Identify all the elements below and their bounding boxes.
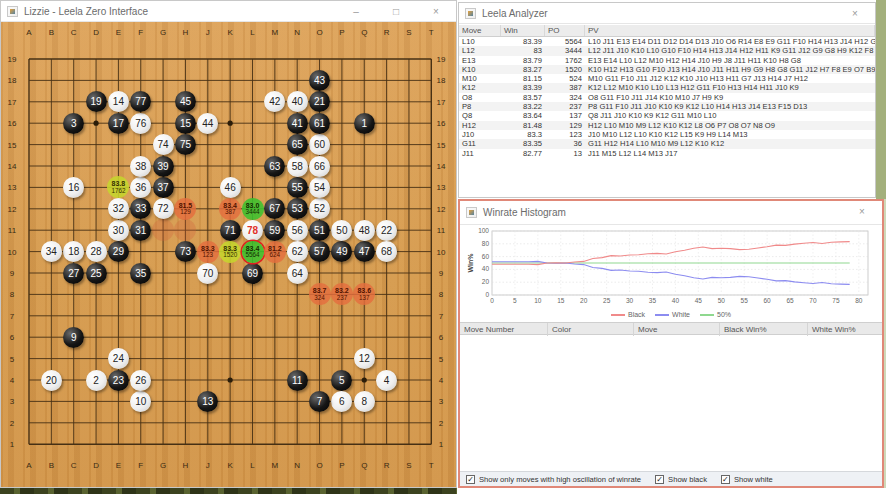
stone-black-E4[interactable]: 23	[108, 370, 129, 391]
stone-black-N12[interactable]: 53	[287, 198, 308, 219]
checkbox-icon[interactable]: ✓	[655, 475, 664, 484]
stone-black-D17[interactable]: 19	[86, 91, 107, 112]
coord-label: G	[160, 461, 166, 470]
legend-Black: Black	[611, 311, 645, 318]
star-point	[228, 121, 233, 126]
svg-text:65: 65	[786, 297, 794, 304]
coord-label: 2	[10, 418, 14, 427]
svg-text:5: 5	[513, 297, 517, 304]
desktop-edge-strip	[0, 488, 457, 494]
stone-black-N15[interactable]: 65	[287, 134, 308, 155]
coord-label: H	[183, 461, 189, 470]
stone-black-H15[interactable]: 75	[175, 134, 196, 155]
analyzer-row-Q8[interactable]: Q883.64137Q8 J11 J10 K10 K9 K12 G11 M10 …	[459, 111, 875, 120]
svg-text:100: 100	[478, 227, 489, 234]
checkbox-option[interactable]: ✓Show black	[655, 475, 707, 484]
star-point	[228, 377, 233, 382]
analyzer-col-Move[interactable]: Move	[459, 25, 501, 36]
coord-label: H	[183, 28, 189, 37]
coord-label: D	[93, 461, 99, 470]
analyzer-row-E13[interactable]: E1383.791762E13 E14 L10 L12 M10 H12 H14 …	[459, 56, 875, 65]
stone-black-F9[interactable]: 35	[130, 263, 151, 284]
analyzer-row-M10[interactable]: M1081.15524M10 G11 F10 J11 J12 K12 K10 J…	[459, 74, 875, 83]
coord-label: P	[339, 461, 344, 470]
stone-white-Q11[interactable]: 48	[354, 220, 375, 241]
coord-label: K	[227, 461, 232, 470]
star-point	[362, 377, 367, 382]
coord-label: A	[26, 28, 31, 37]
stone-white-B4[interactable]: 20	[41, 370, 62, 391]
close-icon[interactable]: ×	[842, 201, 882, 222]
coord-label: 2	[439, 418, 443, 427]
legend-50%: 50%	[700, 311, 731, 318]
suggestion-M10[interactable]: 81.2624	[264, 241, 286, 263]
lizzie-titlebar: Lizzie - Leela Zero Interface – □ ×	[1, 1, 456, 22]
coord-label: 10	[437, 247, 446, 256]
histogram-titlebar: Winrate Histogram ×	[460, 201, 882, 225]
stone-black-O3[interactable]: 7	[309, 391, 330, 412]
go-board[interactable]: A AB BC CD DE EF FG GH HJ JK KL LM MN NO…	[1, 22, 456, 487]
coord-label: 4	[439, 376, 443, 385]
histogram-table-header: Move NumberColorMoveBlack Win%White Win%…	[460, 322, 882, 335]
coord-label: R	[384, 461, 390, 470]
coord-label: C	[71, 28, 77, 37]
coord-label: M	[272, 28, 279, 37]
analyzer-col-Win[interactable]: Win	[501, 25, 545, 36]
stone-white-N9[interactable]: 64	[287, 263, 308, 284]
coord-label: 7	[439, 311, 443, 320]
suggestion-K12[interactable]: 83.4387	[219, 198, 241, 220]
coord-label: O	[316, 28, 322, 37]
checkbox-option[interactable]: ✓Show only moves with high oscillation o…	[466, 475, 641, 484]
stone-black-G14[interactable]: 39	[153, 156, 174, 177]
stone-black-H16[interactable]: 15	[175, 113, 196, 134]
coord-label: 3	[439, 397, 443, 406]
coord-label: 19	[8, 55, 17, 64]
coord-label: J	[206, 461, 210, 470]
suggestion-L10[interactable]: 83.45564	[242, 241, 264, 263]
svg-text:35: 35	[649, 297, 657, 304]
coord-label: M	[272, 461, 279, 470]
coord-label: O	[316, 461, 322, 470]
analyzer-row-G11[interactable]: G1183.3536G11 H12 H14 L10 M10 M9 L12 K10…	[459, 139, 875, 148]
app-icon	[465, 8, 476, 19]
analyzer-col-PV[interactable]: PV	[585, 25, 875, 36]
stone-black-E10[interactable]: 29	[108, 241, 129, 262]
stone-white-B10[interactable]: 34	[41, 241, 62, 262]
stone-white-Q5[interactable]: 12	[354, 348, 375, 369]
stone-white-K13[interactable]: 46	[220, 177, 241, 198]
coord-label: 13	[437, 183, 446, 192]
coord-label: N	[294, 461, 300, 470]
stone-white-F16[interactable]: 76	[130, 113, 151, 134]
stone-black-O16[interactable]: 61	[309, 113, 330, 134]
stone-black-N16[interactable]: 41	[287, 113, 308, 134]
coord-label: A	[26, 461, 31, 470]
stone-white-O13[interactable]: 54	[309, 177, 330, 198]
checkbox-icon[interactable]: ✓	[721, 475, 730, 484]
coord-label: 19	[437, 55, 446, 64]
coord-label: Q	[361, 461, 367, 470]
checkbox-icon[interactable]: ✓	[466, 475, 475, 484]
svg-text:0: 0	[490, 297, 494, 304]
analyzer-table-body: L1083.395564L10 J11 E13 E14 D11 D12 D14 …	[459, 37, 875, 197]
star-point	[93, 121, 98, 126]
coord-label: S	[406, 461, 411, 470]
coord-label: 13	[8, 183, 17, 192]
svg-text:80: 80	[482, 240, 490, 247]
coord-label: S	[406, 28, 411, 37]
coord-label: 4	[10, 376, 14, 385]
stone-black-M14[interactable]: 63	[264, 156, 285, 177]
stone-black-O18[interactable]: 43	[309, 70, 330, 91]
coord-label: 1	[10, 440, 14, 449]
suggestion-K10[interactable]: 83.31520	[219, 241, 241, 263]
coord-label: 16	[437, 119, 446, 128]
stone-white-E11[interactable]: 30	[108, 220, 129, 241]
stone-white-Q3[interactable]: 8	[354, 391, 375, 412]
stone-black-K11[interactable]: 71	[220, 220, 241, 241]
close-button[interactable]: ×	[416, 1, 456, 22]
stone-white-J9[interactable]: 70	[197, 263, 218, 284]
suggestion-O8[interactable]: 83.7324	[309, 283, 331, 305]
analyzer-titlebar: Leela Analyzer ×	[459, 3, 875, 24]
analyzer-row-L10[interactable]: L1083.395564L10 J11 E13 E14 D11 D12 D14 …	[459, 37, 875, 46]
coord-label: B	[49, 461, 54, 470]
coord-label: 18	[8, 76, 17, 85]
coord-label: F	[138, 28, 143, 37]
analyzer-row-H12[interactable]: H1281.48129H12 L10 M10 M9 L12 K10 K12 L8…	[459, 121, 875, 130]
maximize-button[interactable]: □	[376, 1, 416, 22]
analyzer-table-header: MoveWinPOPV	[459, 25, 875, 37]
lizzie-title: Lizzie - Leela Zero Interface	[24, 6, 148, 17]
analyzer-row-J11[interactable]: J1182.7713J11 M15 L12 L14 M13 J17	[459, 149, 875, 158]
svg-text:Win%: Win%	[467, 253, 474, 273]
coord-label: 17	[437, 97, 446, 106]
stone-white-O14[interactable]: 66	[309, 156, 330, 177]
svg-text:60: 60	[482, 253, 490, 260]
stone-black-N13[interactable]: 55	[287, 177, 308, 198]
legend-White: White	[655, 311, 690, 318]
analyzer-row-J10[interactable]: J1083.3123J10 M10 L12 L10 K10 K12 L15 K9…	[459, 130, 875, 139]
stone-white-L11[interactable]: 78	[242, 220, 263, 241]
coord-label: 9	[439, 269, 443, 278]
stone-black-Q10[interactable]: 47	[354, 241, 375, 262]
histogram-table-body	[460, 336, 882, 471]
coord-label: J	[206, 28, 210, 37]
app-icon	[7, 6, 18, 17]
analyzer-title: Leela Analyzer	[482, 8, 548, 19]
coord-label: Q	[361, 28, 367, 37]
coord-label: B	[49, 28, 54, 37]
coord-label: E	[116, 461, 121, 470]
stone-black-C16[interactable]: 3	[63, 113, 84, 134]
analyzer-row-K12[interactable]: K1283.39387K12 L12 M10 K10 L10 L13 H12 G…	[459, 83, 875, 92]
leela-analyzer-window: Leela Analyzer × MoveWinPOPV L1083.39556…	[458, 2, 876, 198]
stone-black-H10[interactable]: 73	[175, 241, 196, 262]
stone-white-N14[interactable]: 58	[287, 156, 308, 177]
svg-text:20: 20	[580, 297, 588, 304]
coord-label: K	[227, 28, 232, 37]
stone-white-C13[interactable]: 16	[63, 177, 84, 198]
stone-white-P11[interactable]: 50	[331, 220, 352, 241]
coord-label: 15	[8, 140, 17, 149]
stone-white-F14[interactable]: 38	[130, 156, 151, 177]
svg-text:70: 70	[809, 297, 817, 304]
suggestion-L12[interactable]: 83.03444	[242, 198, 264, 220]
coord-label: 10	[8, 247, 17, 256]
stone-white-N11[interactable]: 56	[287, 220, 308, 241]
stone-black-O11[interactable]: 51	[309, 220, 330, 241]
svg-text:45: 45	[695, 297, 703, 304]
stone-white-N17[interactable]: 40	[287, 91, 308, 112]
coord-label: R	[384, 28, 390, 37]
svg-text:0: 0	[485, 291, 489, 298]
lizzie-window: Lizzie - Leela Zero Interface – □ × A AB…	[0, 0, 457, 488]
stone-black-C9[interactable]: 27	[63, 263, 84, 284]
checkbox-option[interactable]: ✓Show white	[721, 475, 773, 484]
coord-label: 14	[8, 162, 17, 171]
coord-label: P	[339, 28, 344, 37]
coord-label: 18	[437, 76, 446, 85]
winrate-chart: 0204060801000510152025303540455055606570…	[466, 227, 876, 311]
stone-white-G12[interactable]: 72	[153, 198, 174, 219]
analyzer-row-L12[interactable]: L12833444L12 J11 J10 K10 L10 G10 F10 H14…	[459, 46, 875, 55]
coord-label: L	[250, 461, 254, 470]
app-icon	[466, 207, 477, 218]
stone-white-J16[interactable]: 44	[197, 113, 218, 134]
stone-black-P4[interactable]: 5	[331, 370, 352, 391]
coord-label: 8	[439, 290, 443, 299]
stone-black-O10[interactable]: 57	[309, 241, 330, 262]
coord-label: 1	[439, 440, 443, 449]
histogram-options-bar: ✓Show only moves with high oscillation o…	[460, 471, 882, 486]
stone-black-G13[interactable]: 37	[153, 177, 174, 198]
svg-text:40: 40	[672, 297, 680, 304]
coord-label: 15	[437, 140, 446, 149]
stone-white-R4[interactable]: 4	[376, 370, 397, 391]
coord-label: 11	[437, 226, 445, 235]
stone-black-F11[interactable]: 31	[130, 220, 151, 241]
stone-black-E16[interactable]: 17	[108, 113, 129, 134]
suggestion-J10[interactable]: 83.3123	[197, 241, 219, 263]
analyzer-col-PO[interactable]: PO	[545, 25, 585, 36]
coord-label: 5	[439, 354, 443, 363]
coord-label: C	[71, 461, 77, 470]
histogram-title: Winrate Histogram	[483, 207, 566, 218]
winrate-histogram-window: Winrate Histogram × 02040608010005101520…	[458, 199, 884, 488]
coord-label: G	[160, 28, 166, 37]
stone-white-G15[interactable]: 74	[153, 134, 174, 155]
stone-black-D9[interactable]: 25	[86, 263, 107, 284]
svg-text:75: 75	[832, 297, 840, 304]
stone-black-L9[interactable]: 69	[242, 263, 263, 284]
stone-white-F4[interactable]: 26	[130, 370, 151, 391]
coord-label: 16	[8, 119, 17, 128]
close-icon[interactable]: ×	[835, 3, 875, 24]
coord-label: 9	[10, 269, 14, 278]
svg-text:25: 25	[603, 297, 611, 304]
coord-label: 7	[10, 311, 14, 320]
analyzer-row-P8[interactable]: P883.22237P8 G11 F10 J11 J10 K10 K9 K12 …	[459, 102, 875, 111]
coord-label: 6	[10, 333, 14, 342]
coord-label: 12	[437, 204, 446, 213]
stone-white-O15[interactable]: 60	[309, 134, 330, 155]
stone-white-F13[interactable]: 36	[130, 177, 151, 198]
svg-text:60: 60	[764, 297, 772, 304]
coord-label: F	[138, 461, 143, 470]
coord-label: 11	[8, 226, 16, 235]
analyzer-row-O8[interactable]: O883.57324O8 G11 F10 J11 J14 K10 M10 J7 …	[459, 93, 875, 102]
analyzer-row-K10[interactable]: K1083.271520K10 H12 H13 G10 F10 J13 H14 …	[459, 65, 875, 74]
svg-text:50: 50	[718, 297, 726, 304]
coord-label: 8	[10, 290, 14, 299]
stone-white-D4[interactable]: 2	[86, 370, 107, 391]
coord-label: 12	[8, 204, 17, 213]
coord-label: E	[116, 28, 121, 37]
svg-text:80: 80	[855, 297, 863, 304]
coord-label: 17	[8, 97, 17, 106]
coord-label: T	[429, 461, 434, 470]
svg-text:40: 40	[482, 265, 490, 272]
stone-black-N4[interactable]: 11	[287, 370, 308, 391]
stone-black-Q16[interactable]: 1	[354, 113, 375, 134]
stone-white-F3[interactable]: 10	[130, 391, 151, 412]
stone-white-R11[interactable]: 22	[376, 220, 397, 241]
coord-label: 6	[439, 333, 443, 342]
stone-white-D10[interactable]: 28	[86, 241, 107, 262]
coord-label: N	[294, 28, 300, 37]
stone-black-C6[interactable]: 9	[63, 327, 84, 348]
coord-label: T	[429, 28, 434, 37]
stone-black-M11[interactable]: 59	[264, 220, 285, 241]
coord-label: 14	[437, 162, 446, 171]
chart-legend: Black White 50%	[460, 311, 882, 318]
window-edge-accent	[876, 0, 886, 199]
svg-text:15: 15	[557, 297, 565, 304]
svg-text:20: 20	[482, 278, 490, 285]
svg-text:10: 10	[534, 297, 542, 304]
svg-text:30: 30	[626, 297, 634, 304]
stone-white-E5[interactable]: 24	[108, 348, 129, 369]
minimize-button[interactable]: –	[336, 1, 376, 22]
svg-text:55: 55	[741, 297, 749, 304]
coord-label: 3	[10, 397, 14, 406]
coord-label: L	[250, 28, 254, 37]
coord-label: 5	[10, 354, 14, 363]
coord-label: D	[93, 28, 99, 37]
stone-white-N10[interactable]: 62	[287, 241, 308, 262]
